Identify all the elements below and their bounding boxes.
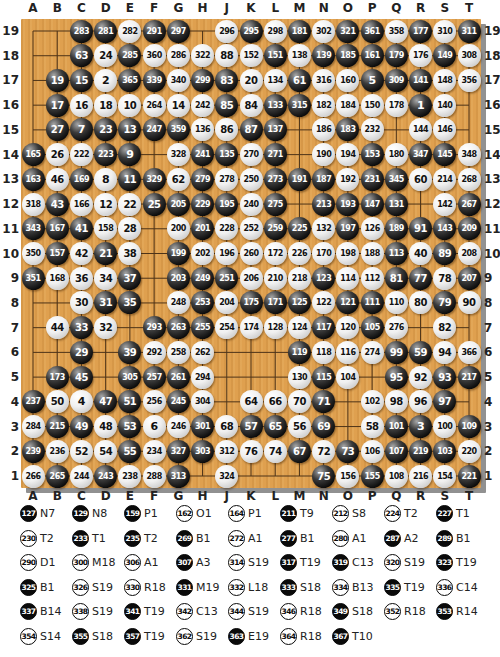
caption-move-point: C14: [456, 581, 478, 594]
caption-move-point: S19: [248, 605, 269, 618]
stone-move-number: 247: [147, 125, 162, 134]
stone-D10-black: 21: [94, 242, 117, 265]
stone-move-number: 1: [417, 99, 424, 112]
stone-move-number: 58: [366, 421, 379, 432]
caption-move-362: 362S19: [176, 628, 228, 645]
caption-move-335: 335T19: [384, 579, 436, 596]
stone-G18-white: 286: [167, 44, 190, 67]
stone-K10-white: 260: [240, 242, 263, 265]
stone-move-number: 85: [220, 100, 233, 111]
stone-move-number: 56: [293, 421, 306, 432]
stone-move-number: 7: [78, 123, 85, 136]
stone-move-number: 103: [437, 447, 452, 456]
stone-F19-black: 291: [143, 20, 166, 43]
stone-move-number: 10: [123, 100, 136, 111]
stone-move-number: 279: [195, 175, 210, 184]
stone-move-number: 241: [195, 150, 210, 159]
stone-Q2-black: 107: [385, 440, 408, 463]
top-coordinate-G: G: [173, 1, 183, 15]
caption-row-2: 230T2233T1235T2269B1272A1277B1280A1287A2…: [20, 530, 488, 547]
stone-move-number: 351: [25, 274, 40, 283]
stone-B11-black: 167: [46, 217, 69, 240]
caption-move-point: A1: [352, 532, 367, 545]
stone-move-number: 76: [245, 446, 258, 457]
stone-P19-black: 361: [361, 20, 384, 43]
stone-S5-black: 93: [433, 366, 456, 389]
stone-move-number: 182: [316, 101, 331, 110]
stone-B13-white: 46: [46, 168, 69, 191]
stone-move-number: 157: [50, 249, 65, 258]
stone-move-number: 17: [51, 100, 64, 111]
stone-move-number: 153: [365, 150, 380, 159]
caption-move-circle-white: 352: [384, 603, 401, 620]
stone-move-number: 131: [389, 200, 404, 209]
stone-move-number: 160: [340, 76, 355, 85]
stone-P11-white: 126: [361, 217, 384, 240]
stone-G6-white: 258: [167, 341, 190, 364]
stone-D9-white: 34: [94, 267, 117, 290]
stone-C19-black: 283: [70, 20, 93, 43]
stone-move-number: 36: [75, 273, 88, 284]
stone-move-number: 191: [292, 175, 307, 184]
stone-move-number: 16: [75, 100, 88, 111]
stone-G19-black: 297: [167, 20, 190, 43]
stone-move-number: 149: [437, 51, 452, 60]
stone-move-number: 220: [461, 447, 476, 456]
caption-move-352: 352R18: [384, 603, 436, 620]
caption-move-point: A3: [196, 556, 211, 569]
stone-move-number: 244: [74, 472, 89, 481]
stone-M10-white: 226: [288, 242, 311, 265]
stone-F15-black: 247: [143, 118, 166, 141]
stone-move-number: 92: [414, 372, 427, 383]
caption-move-circle-black: 325: [20, 579, 37, 596]
stone-move-number: 345: [389, 175, 404, 184]
stone-move-number: 57: [245, 421, 258, 432]
stone-L16-black: 133: [264, 94, 287, 117]
stone-L2-white: 74: [264, 440, 287, 463]
caption-move-point: T19: [404, 581, 425, 594]
top-coordinate-L: L: [271, 1, 279, 15]
caption-move-circle-white: 354: [20, 628, 37, 645]
stone-P10-white: 188: [361, 242, 384, 265]
stone-move-number: 148: [437, 76, 452, 85]
top-coordinate-A: A: [28, 1, 37, 15]
stone-A11-black: 343: [22, 217, 45, 240]
stone-P15-white: 232: [361, 118, 384, 141]
stone-move-number: 30: [75, 297, 88, 308]
stone-move-number: 140: [437, 101, 452, 110]
stone-move-number: 304: [195, 397, 210, 406]
stone-T14-white: 348: [458, 143, 481, 166]
stone-move-number: 106: [365, 447, 380, 456]
stone-move-number: 294: [195, 373, 210, 382]
stone-A1-white: 266: [22, 465, 45, 488]
stone-C3-black: 49: [70, 415, 93, 438]
stone-move-number: 324: [219, 472, 234, 481]
top-coordinate-C: C: [77, 1, 86, 15]
stone-F16-white: 264: [143, 94, 166, 117]
stone-move-number: 232: [365, 125, 380, 134]
stone-move-number: 18: [99, 100, 112, 111]
stone-F13-black: 329: [143, 168, 166, 191]
bottom-coordinate-D: D: [101, 489, 111, 503]
stone-N17-white: 316: [312, 69, 335, 92]
caption-move-circle-white: 362: [176, 628, 193, 645]
stone-move-number: 299: [195, 76, 210, 85]
stone-Q14-white: 180: [385, 143, 408, 166]
stone-move-number: 284: [25, 422, 40, 431]
stone-move-number: 205: [171, 200, 186, 209]
stone-move-number: 66: [269, 396, 282, 407]
stone-T8-white: 90: [458, 291, 481, 314]
stone-move-number: 99: [390, 347, 403, 358]
caption-move-363: 363E19: [228, 628, 280, 645]
left-coordinate-13: 13: [1, 171, 19, 187]
stone-move-number: 202: [195, 249, 210, 258]
stone-F18-white: 360: [143, 44, 166, 67]
stone-move-number: 19: [51, 75, 64, 86]
caption-row-4: 325B1326S19330R18331M19332L18333S18334B1…: [20, 579, 488, 596]
stone-Q18-black: 179: [385, 44, 408, 67]
stone-move-number: 181: [292, 27, 307, 36]
stone-move-number: 350: [25, 249, 40, 258]
stone-G3-white: 246: [167, 415, 190, 438]
right-coordinate-4: 4: [484, 394, 500, 410]
stone-move-number: 309: [389, 76, 404, 85]
stone-move-number: 53: [123, 421, 136, 432]
stone-T3-black: 109: [458, 415, 481, 438]
stone-Q19-white: 358: [385, 20, 408, 43]
caption-move-point: L18: [248, 581, 268, 594]
stone-move-number: 137: [268, 125, 283, 134]
stone-move-number: 361: [365, 27, 380, 36]
stone-D19-black: 281: [94, 20, 117, 43]
top-coordinate-M: M: [293, 1, 305, 15]
caption-move-point: R18: [300, 605, 322, 618]
stone-move-number: 45: [75, 372, 88, 383]
stone-move-number: 121: [340, 298, 355, 307]
stone-move-number: 108: [389, 472, 404, 481]
stone-move-number: 167: [50, 224, 65, 233]
right-coordinate-10: 10: [484, 246, 500, 262]
stone-P9-white: 112: [361, 267, 384, 290]
caption-move-point: T2: [144, 532, 158, 545]
stone-N1-black: 75: [312, 465, 335, 488]
right-coordinate-1: 1: [484, 468, 500, 484]
stone-move-number: 112: [365, 274, 380, 283]
stone-S19-white: 310: [433, 20, 456, 43]
stone-C12-white: 166: [70, 193, 93, 216]
stone-O5-white: 104: [336, 366, 359, 389]
stone-move-number: 303: [195, 447, 210, 456]
caption-move-354: 354S14: [20, 628, 72, 645]
stone-C17-black: 15: [70, 69, 93, 92]
stone-move-number: 13: [123, 124, 136, 135]
stone-move-number: 118: [316, 348, 331, 357]
caption-move-332: 332L18: [228, 579, 280, 596]
stone-move-number: 147: [365, 200, 380, 209]
caption-move-344: 344S19: [228, 603, 280, 620]
stone-M9-white: 218: [288, 267, 311, 290]
stone-A9-black: 351: [22, 267, 45, 290]
stone-move-number: 82: [438, 322, 451, 333]
caption-move-164: 164P1: [228, 505, 280, 522]
caption-move-326: 326S19: [72, 579, 124, 596]
stone-move-number: 248: [171, 298, 186, 307]
stone-move-number: 246: [171, 422, 186, 431]
stone-H9-black: 249: [191, 267, 214, 290]
stone-move-number: 258: [171, 348, 186, 357]
stone-move-number: 231: [365, 175, 380, 184]
caption-move-307: 307A3: [176, 554, 228, 571]
stone-N2-white: 72: [312, 440, 335, 463]
stone-move-number: 5: [369, 74, 376, 87]
bottom-coordinate-S: S: [440, 489, 449, 503]
caption-move-circle-black: 331: [176, 579, 193, 596]
caption-move-211: 211T9: [280, 505, 332, 522]
stone-move-number: 291: [147, 27, 162, 36]
caption-move-point: C13: [352, 556, 374, 569]
caption-move-point: A1: [248, 532, 263, 545]
caption-move-272: 272A1: [228, 530, 280, 547]
caption-move-364: 364R18: [280, 628, 332, 645]
stone-E19-white: 282: [118, 20, 141, 43]
stone-move-number: 204: [219, 298, 234, 307]
stone-move-number: 316: [316, 76, 331, 85]
caption-move-233: 233T1: [72, 530, 124, 547]
stone-move-number: 8: [102, 173, 109, 186]
stone-move-number: 217: [461, 373, 476, 382]
stone-move-number: 359: [171, 125, 186, 134]
caption-move-227: 227T1: [436, 505, 488, 522]
stone-move-number: 226: [292, 249, 307, 258]
stone-K3-black: 57: [240, 415, 263, 438]
stone-A12-white: 318: [22, 193, 45, 216]
caption-move-337: 337B14: [20, 603, 72, 620]
caption-move-circle-white: 332: [228, 579, 245, 596]
right-coordinate-17: 17: [484, 72, 500, 88]
stone-C18-black: 63: [70, 44, 93, 67]
stone-F2-white: 234: [143, 440, 166, 463]
stone-move-number: 135: [219, 150, 234, 159]
stone-C10-white: 42: [70, 242, 93, 265]
bottom-coordinate-K: K: [246, 489, 255, 503]
caption-move-point: P1: [144, 507, 158, 520]
stone-D16-white: 18: [94, 94, 117, 117]
stone-move-number: 143: [437, 224, 452, 233]
stone-M2-black: 67: [288, 440, 311, 463]
stone-move-number: 328: [171, 150, 186, 159]
stone-G7-black: 263: [167, 316, 190, 339]
stone-move-number: 2: [102, 74, 109, 87]
stone-R10-white: 40: [409, 242, 432, 265]
stone-move-number: 119: [292, 348, 307, 357]
stone-move-number: 139: [316, 51, 331, 60]
stone-move-number: 266: [25, 472, 40, 481]
stone-move-number: 126: [365, 224, 380, 233]
stone-C6-black: 29: [70, 341, 93, 364]
stone-move-number: 15: [75, 75, 88, 86]
stone-move-number: 38: [123, 248, 136, 259]
stone-J2-white: 312: [215, 440, 238, 463]
stone-move-number: 24: [99, 50, 112, 61]
stone-move-number: 295: [243, 27, 258, 36]
stone-move-number: 154: [437, 472, 452, 481]
stone-move-number: 322: [195, 51, 210, 60]
stone-move-number: 50: [51, 396, 64, 407]
caption-move-319: 319C13: [332, 554, 384, 571]
caption-move-162: 162O1: [176, 505, 228, 522]
stone-O19-black: 321: [336, 20, 359, 43]
stone-move-number: 51: [123, 396, 136, 407]
stone-R19-black: 177: [409, 20, 432, 43]
stone-move-number: 130: [292, 373, 307, 382]
right-coordinate-11: 11: [484, 221, 500, 237]
stone-move-number: 55: [123, 446, 136, 457]
caption-move-277: 277B1: [280, 530, 332, 547]
stone-move-number: 256: [147, 397, 162, 406]
stone-move-number: 67: [293, 446, 306, 457]
stone-move-number: 219: [413, 447, 428, 456]
stone-H3-black: 301: [191, 415, 214, 438]
caption-move-point: B1: [196, 532, 211, 545]
stone-move-number: 172: [268, 249, 283, 258]
stone-move-number: 207: [461, 274, 476, 283]
stone-Q5-black: 95: [385, 366, 408, 389]
stone-T6-white: 366: [458, 341, 481, 364]
stone-move-number: 47: [99, 396, 112, 407]
caption-move-circle-black: 235: [124, 530, 141, 547]
stone-move-number: 61: [293, 75, 306, 86]
stone-A4-black: 237: [22, 390, 45, 413]
stone-F5-black: 257: [143, 366, 166, 389]
stone-move-number: 81: [390, 273, 403, 284]
stone-move-number: 169: [74, 175, 89, 184]
stone-move-number: 100: [437, 422, 452, 431]
stone-D1-black: 243: [94, 465, 117, 488]
stone-move-number: 218: [292, 274, 307, 283]
caption-move-circle-black: 129: [72, 505, 89, 522]
stone-move-number: 122: [316, 298, 331, 307]
caption-move-circle-white: 346: [280, 603, 297, 620]
bottom-coordinate-F: F: [150, 489, 158, 503]
caption-move-circle-black: 355: [72, 628, 89, 645]
stone-move-number: 110: [389, 298, 404, 307]
stone-K14-white: 270: [240, 143, 263, 166]
top-coordinate-R: R: [416, 1, 425, 15]
stone-A13-black: 163: [22, 168, 45, 191]
caption-move-point: T10: [352, 630, 373, 643]
stone-F12-black: 25: [143, 193, 166, 216]
stone-B2-white: 236: [46, 440, 69, 463]
stone-move-number: 270: [243, 150, 258, 159]
stone-N9-black: 123: [312, 267, 335, 290]
caption-move-circle-white: 334: [332, 579, 349, 596]
stone-K17-white: 20: [240, 69, 263, 92]
stone-move-number: 102: [365, 397, 380, 406]
caption-move-325: 325B1: [20, 579, 72, 596]
stone-move-number: 43: [51, 199, 64, 210]
caption-move-289: 289B1: [436, 530, 488, 547]
caption-move-point: S18: [92, 630, 113, 643]
stone-R14-black: 347: [409, 143, 432, 166]
stone-L15-black: 137: [264, 118, 287, 141]
stone-move-number: 184: [340, 101, 355, 110]
stone-E1-white: 238: [118, 465, 141, 488]
stone-move-number: 34: [99, 273, 112, 284]
left-coordinate-1: 1: [1, 468, 19, 484]
stone-R9-black: 77: [409, 267, 432, 290]
stone-C13-black: 169: [70, 168, 93, 191]
caption-move-point: N8: [92, 507, 107, 520]
bottom-coordinate-O: O: [343, 489, 353, 503]
stone-K2-white: 76: [240, 440, 263, 463]
stone-Q4-white: 98: [385, 390, 408, 413]
stone-move-number: 243: [98, 472, 113, 481]
caption-move-point: M19: [196, 581, 220, 594]
stone-move-number: 347: [413, 150, 428, 159]
stone-Q9-black: 81: [385, 267, 408, 290]
stone-move-number: 259: [268, 224, 283, 233]
caption-move-circle-white: 320: [384, 554, 401, 571]
stone-move-number: 348: [461, 150, 476, 159]
stone-move-number: 253: [195, 298, 210, 307]
stone-move-number: 366: [461, 348, 476, 357]
stone-move-number: 201: [195, 224, 210, 233]
caption-move-circle-black: 289: [436, 530, 453, 547]
stone-B15-black: 27: [46, 118, 69, 141]
stone-H12-black: 229: [191, 193, 214, 216]
left-coordinate-10: 10: [1, 246, 19, 262]
stone-move-number: 97: [438, 396, 451, 407]
stone-A10-white: 350: [22, 242, 45, 265]
stone-move-number: 3: [417, 420, 424, 433]
stone-move-number: 89: [438, 248, 451, 259]
stone-move-number: 124: [292, 323, 307, 332]
stone-J13-white: 278: [215, 168, 238, 191]
stone-G10-black: 199: [167, 242, 190, 265]
stone-S12-white: 142: [433, 193, 456, 216]
caption-move-point: E19: [248, 630, 269, 643]
stone-move-number: 297: [171, 27, 186, 36]
caption-move-circle-white: 330: [124, 579, 141, 596]
top-coordinate-O: O: [343, 1, 353, 15]
stone-move-number: 116: [340, 348, 355, 357]
caption-row-3: 290D1300M18306A1307A3314S19317T19319C133…: [20, 554, 488, 571]
caption-move-circle-black: 337: [20, 603, 37, 620]
stone-move-number: 63: [75, 50, 88, 61]
stone-move-number: 60: [414, 174, 427, 185]
left-coordinate-8: 8: [1, 295, 19, 311]
stone-L18-black: 151: [264, 44, 287, 67]
stone-F3-white: 6: [143, 415, 166, 438]
stone-move-number: 171: [268, 298, 283, 307]
stone-move-number: 35: [123, 297, 136, 308]
stone-N12-black: 213: [312, 193, 335, 216]
stone-T17-white: 356: [458, 69, 481, 92]
stone-M6-black: 119: [288, 341, 311, 364]
stone-move-number: 286: [171, 51, 186, 60]
caption-move-point: S19: [92, 605, 113, 618]
stone-move-number: 210: [268, 274, 283, 283]
go-board[interactable]: 2832812822912972962952981813023213613581…: [21, 19, 481, 488]
top-coordinate-E: E: [126, 1, 134, 15]
stone-S16-white: 140: [433, 94, 456, 117]
stone-H13-black: 279: [191, 168, 214, 191]
stone-move-number: 273: [268, 175, 283, 184]
stone-move-number: 79: [438, 297, 451, 308]
